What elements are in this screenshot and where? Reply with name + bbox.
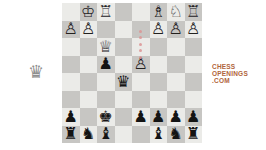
black-knight-piece: ♞ <box>81 126 95 142</box>
chessopenings-logo: CHESS OPENINGS .COM <box>212 63 248 84</box>
square-e2 <box>115 21 133 39</box>
square-a2: ♙ <box>185 21 203 39</box>
square-b2: ♙ <box>167 21 185 39</box>
square-d7: ♟ <box>132 108 150 126</box>
video-frame: ♛ ♔♖♗♘♖♙♙♙♙♙♕♟♙♛♟♚♟♟♟♟♜♞♝♝♞♜ CHESS OPENI… <box>0 0 266 150</box>
square-e6 <box>115 91 133 109</box>
square-e3 <box>115 38 133 56</box>
square-g4 <box>80 56 98 74</box>
square-b8: ♞ <box>167 126 185 144</box>
white-rook-piece: ♖ <box>99 3 113 19</box>
square-b5 <box>167 73 185 91</box>
black-pawn-piece: ♟ <box>169 108 183 124</box>
square-g3 <box>80 38 98 56</box>
square-a3 <box>185 38 203 56</box>
square-a5 <box>185 73 203 91</box>
logo-line-com: .COM <box>212 77 248 84</box>
last-move-dot <box>139 43 142 46</box>
square-f1: ♖ <box>97 3 115 21</box>
logo-line-openings: OPENINGS <box>212 70 248 77</box>
black-queen-piece: ♛ <box>116 73 130 89</box>
square-f4: ♟ <box>97 56 115 74</box>
chess-board: ♔♖♗♘♖♙♙♙♙♙♕♟♙♛♟♚♟♟♟♟♜♞♝♝♞♜ <box>62 3 202 143</box>
white-pawn-piece: ♙ <box>169 21 183 37</box>
black-pawn-piece: ♟ <box>186 108 200 124</box>
square-e7 <box>115 108 133 126</box>
black-rook-piece: ♜ <box>186 126 200 142</box>
square-h2: ♙ <box>62 21 80 39</box>
square-h4 <box>62 56 80 74</box>
black-pawn-piece: ♟ <box>64 108 78 124</box>
square-a4 <box>185 56 203 74</box>
square-c4 <box>150 56 168 74</box>
square-f8: ♝ <box>97 126 115 144</box>
square-d8 <box>132 126 150 144</box>
black-knight-piece: ♞ <box>169 126 183 142</box>
black-king-piece: ♚ <box>99 108 113 124</box>
white-pawn-piece: ♙ <box>64 21 78 37</box>
square-e5: ♛ <box>115 73 133 91</box>
square-e8 <box>115 126 133 144</box>
square-e1 <box>115 3 133 21</box>
logo-line-chess: CHESS <box>212 63 248 70</box>
square-c3 <box>150 38 168 56</box>
white-queen-piece: ♕ <box>99 38 113 54</box>
square-b3 <box>167 38 185 56</box>
white-pawn-piece: ♙ <box>186 21 200 37</box>
white-bishop-piece: ♗ <box>151 3 165 19</box>
black-pawn-piece: ♟ <box>134 108 148 124</box>
black-pawn-piece: ♟ <box>99 56 113 72</box>
square-g2: ♙ <box>80 21 98 39</box>
square-g6 <box>80 91 98 109</box>
last-move-dot <box>139 56 142 59</box>
square-d5 <box>132 73 150 91</box>
black-bishop-piece: ♝ <box>99 126 113 142</box>
white-pawn-piece: ♙ <box>81 21 95 37</box>
square-h3 <box>62 38 80 56</box>
white-pawn-piece: ♙ <box>151 21 165 37</box>
white-knight-piece: ♘ <box>169 3 183 19</box>
square-f5 <box>97 73 115 91</box>
black-pawn-piece: ♟ <box>151 108 165 124</box>
square-g5 <box>80 73 98 91</box>
square-g8: ♞ <box>80 126 98 144</box>
black-rook-piece: ♜ <box>64 126 78 142</box>
square-h8: ♜ <box>62 126 80 144</box>
last-move-dot <box>139 30 142 33</box>
square-c5 <box>150 73 168 91</box>
black-bishop-piece: ♝ <box>151 126 165 142</box>
square-a8: ♜ <box>185 126 203 144</box>
white-rook-piece: ♖ <box>186 3 200 19</box>
square-d1 <box>132 3 150 21</box>
square-c2: ♙ <box>150 21 168 39</box>
square-b4 <box>167 56 185 74</box>
square-h5 <box>62 73 80 91</box>
square-c8: ♝ <box>150 126 168 144</box>
black-queen-icon: ♛ <box>28 63 44 81</box>
white-king-piece: ♔ <box>81 3 95 19</box>
